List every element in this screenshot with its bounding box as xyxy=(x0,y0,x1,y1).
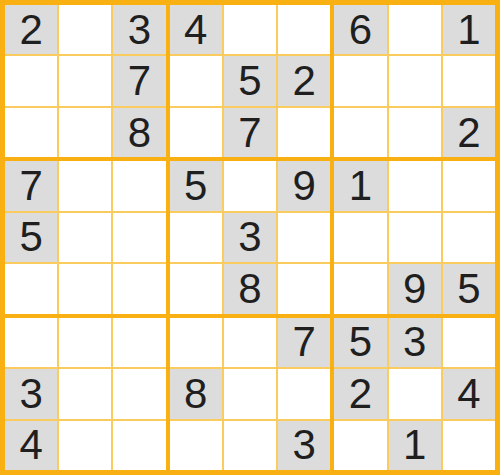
sudoku-cell-empty[interactable] xyxy=(170,318,222,367)
sudoku-cell-empty[interactable] xyxy=(443,213,495,262)
sudoku-cell-given: 4 xyxy=(5,421,57,470)
sudoku-cell-empty[interactable] xyxy=(170,213,222,262)
sudoku-cell-given: 3 xyxy=(278,421,330,470)
sudoku-cell-given: 8 xyxy=(170,369,222,418)
sudoku-cell-empty[interactable] xyxy=(389,161,441,210)
sudoku-cell-given: 9 xyxy=(278,161,330,210)
sudoku-cell-empty[interactable] xyxy=(224,318,276,367)
sudoku-cell-empty[interactable] xyxy=(443,161,495,210)
sudoku-cell-empty[interactable] xyxy=(59,108,111,157)
sudoku-cell-empty[interactable] xyxy=(389,5,441,54)
sudoku-cell-given: 7 xyxy=(278,318,330,367)
sudoku-cell-given: 5 xyxy=(170,161,222,210)
sudoku-cell-empty[interactable] xyxy=(389,213,441,262)
sudoku-cell-given: 6 xyxy=(334,5,386,54)
sudoku-cell-empty[interactable] xyxy=(389,108,441,157)
sudoku-box: 4527 xyxy=(170,5,331,157)
sudoku-cell-empty[interactable] xyxy=(334,213,386,262)
sudoku-cell-empty[interactable] xyxy=(113,161,165,210)
sudoku-cell-empty[interactable] xyxy=(59,264,111,313)
sudoku-box: 34 xyxy=(5,318,166,470)
sudoku-cell-empty[interactable] xyxy=(59,421,111,470)
sudoku-cell-given: 3 xyxy=(113,5,165,54)
sudoku-cell-empty[interactable] xyxy=(334,264,386,313)
sudoku-cell-empty[interactable] xyxy=(113,213,165,262)
sudoku-cell-empty[interactable] xyxy=(5,318,57,367)
sudoku-cell-given: 4 xyxy=(443,369,495,418)
sudoku-cell-empty[interactable] xyxy=(170,56,222,105)
sudoku-cell-given: 5 xyxy=(443,264,495,313)
sudoku-cell-empty[interactable] xyxy=(113,264,165,313)
sudoku-cell-empty[interactable] xyxy=(443,56,495,105)
sudoku-cell-given: 5 xyxy=(224,56,276,105)
sudoku-cell-empty[interactable] xyxy=(389,369,441,418)
sudoku-cell-empty[interactable] xyxy=(59,5,111,54)
sudoku-cell-empty[interactable] xyxy=(170,264,222,313)
sudoku-board: 237845276127559381953478353241 xyxy=(0,0,500,475)
sudoku-cell-given: 7 xyxy=(113,56,165,105)
sudoku-cell-given: 2 xyxy=(278,56,330,105)
sudoku-cell-empty[interactable] xyxy=(5,108,57,157)
sudoku-box: 783 xyxy=(170,318,331,470)
sudoku-box: 612 xyxy=(334,5,495,157)
sudoku-cell-given: 8 xyxy=(224,264,276,313)
sudoku-cell-given: 3 xyxy=(5,369,57,418)
sudoku-cell-empty[interactable] xyxy=(59,369,111,418)
sudoku-cell-empty[interactable] xyxy=(278,369,330,418)
sudoku-cell-empty[interactable] xyxy=(59,56,111,105)
sudoku-cell-empty[interactable] xyxy=(170,421,222,470)
sudoku-cell-given: 9 xyxy=(389,264,441,313)
sudoku-cell-empty[interactable] xyxy=(334,56,386,105)
sudoku-cell-empty[interactable] xyxy=(278,264,330,313)
sudoku-cell-empty[interactable] xyxy=(389,56,441,105)
sudoku-cell-given: 1 xyxy=(389,421,441,470)
sudoku-cell-given: 1 xyxy=(334,161,386,210)
sudoku-cell-empty[interactable] xyxy=(5,56,57,105)
sudoku-box: 75 xyxy=(5,161,166,313)
sudoku-cell-given: 1 xyxy=(443,5,495,54)
sudoku-cell-given: 3 xyxy=(224,213,276,262)
sudoku-cell-empty[interactable] xyxy=(278,213,330,262)
sudoku-cell-empty[interactable] xyxy=(113,369,165,418)
sudoku-box: 2378 xyxy=(5,5,166,157)
sudoku-box: 53241 xyxy=(334,318,495,470)
sudoku-cell-given: 2 xyxy=(5,5,57,54)
sudoku-cell-empty[interactable] xyxy=(59,213,111,262)
sudoku-cell-empty[interactable] xyxy=(443,421,495,470)
sudoku-cell-empty[interactable] xyxy=(170,108,222,157)
sudoku-cell-empty[interactable] xyxy=(334,108,386,157)
sudoku-cell-empty[interactable] xyxy=(334,421,386,470)
sudoku-cell-given: 7 xyxy=(224,108,276,157)
sudoku-cell-empty[interactable] xyxy=(278,5,330,54)
sudoku-cell-empty[interactable] xyxy=(113,318,165,367)
sudoku-cell-given: 2 xyxy=(443,108,495,157)
sudoku-box: 195 xyxy=(334,161,495,313)
sudoku-cell-given: 5 xyxy=(5,213,57,262)
sudoku-cell-given: 3 xyxy=(389,318,441,367)
sudoku-cell-empty[interactable] xyxy=(443,318,495,367)
sudoku-cell-given: 5 xyxy=(334,318,386,367)
sudoku-cell-empty[interactable] xyxy=(224,161,276,210)
sudoku-cell-empty[interactable] xyxy=(113,421,165,470)
sudoku-cell-empty[interactable] xyxy=(224,421,276,470)
sudoku-cell-given: 2 xyxy=(334,369,386,418)
sudoku-cell-empty[interactable] xyxy=(59,161,111,210)
sudoku-cell-given: 4 xyxy=(170,5,222,54)
sudoku-cell-given: 7 xyxy=(5,161,57,210)
sudoku-cell-empty[interactable] xyxy=(224,369,276,418)
sudoku-box: 5938 xyxy=(170,161,331,313)
sudoku-cell-given: 8 xyxy=(113,108,165,157)
sudoku-cell-empty[interactable] xyxy=(59,318,111,367)
sudoku-cell-empty[interactable] xyxy=(224,5,276,54)
sudoku-cell-empty[interactable] xyxy=(5,264,57,313)
sudoku-cell-empty[interactable] xyxy=(278,108,330,157)
